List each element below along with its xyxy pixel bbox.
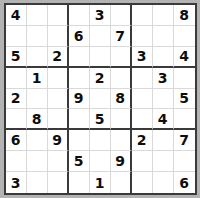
sudoku-cell-empty[interactable] bbox=[132, 26, 153, 47]
sudoku-cell-empty[interactable] bbox=[90, 89, 111, 110]
sudoku-cell-empty[interactable] bbox=[6, 68, 27, 89]
sudoku-cell-empty[interactable] bbox=[27, 130, 48, 151]
sudoku-cell-empty[interactable] bbox=[27, 151, 48, 172]
sudoku-grid: 4386752341232985854692759316 bbox=[4, 3, 197, 195]
sudoku-cell-given: 1 bbox=[90, 172, 111, 193]
sudoku-cell-given: 2 bbox=[6, 89, 27, 110]
sudoku-cell-empty[interactable] bbox=[48, 26, 69, 47]
sudoku-cell-empty[interactable] bbox=[27, 5, 48, 26]
sudoku-cell-given: 6 bbox=[6, 130, 27, 151]
sudoku-cell-given: 9 bbox=[69, 89, 90, 110]
sudoku-cell-empty[interactable] bbox=[153, 89, 174, 110]
sudoku-cell-empty[interactable] bbox=[111, 172, 132, 193]
sudoku-cell-given: 2 bbox=[90, 68, 111, 89]
sudoku-cell-empty[interactable] bbox=[69, 47, 90, 68]
sudoku-cell-given: 3 bbox=[132, 47, 153, 68]
sudoku-cell-given: 5 bbox=[6, 47, 27, 68]
sudoku-cell-given: 3 bbox=[90, 5, 111, 26]
sudoku-cell-empty[interactable] bbox=[48, 68, 69, 89]
sudoku-cell-given: 5 bbox=[69, 151, 90, 172]
sudoku-cell-given: 7 bbox=[174, 130, 195, 151]
sudoku-cell-empty[interactable] bbox=[48, 172, 69, 193]
sudoku-cell-given: 9 bbox=[111, 151, 132, 172]
sudoku-cell-given: 7 bbox=[111, 26, 132, 47]
sudoku-cell-given: 2 bbox=[132, 130, 153, 151]
sudoku-cell-given: 8 bbox=[111, 89, 132, 110]
sudoku-cell-empty[interactable] bbox=[132, 68, 153, 89]
sudoku-cell-given: 8 bbox=[174, 5, 195, 26]
sudoku-cell-given: 4 bbox=[153, 109, 174, 130]
sudoku-cell-empty[interactable] bbox=[69, 68, 90, 89]
sudoku-cell-empty[interactable] bbox=[153, 26, 174, 47]
sudoku-cell-given: 9 bbox=[48, 130, 69, 151]
sudoku-cell-empty[interactable] bbox=[27, 47, 48, 68]
sudoku-cell-empty[interactable] bbox=[153, 172, 174, 193]
sudoku-cell-given: 6 bbox=[69, 26, 90, 47]
sudoku-cell-empty[interactable] bbox=[69, 172, 90, 193]
sudoku-cell-empty[interactable] bbox=[48, 89, 69, 110]
sudoku-board-frame: 4386752341232985854692759316 bbox=[0, 0, 200, 198]
sudoku-cell-empty[interactable] bbox=[69, 130, 90, 151]
sudoku-cell-empty[interactable] bbox=[132, 89, 153, 110]
sudoku-cell-empty[interactable] bbox=[27, 26, 48, 47]
sudoku-cell-empty[interactable] bbox=[27, 172, 48, 193]
sudoku-cell-empty[interactable] bbox=[6, 151, 27, 172]
sudoku-cell-given: 4 bbox=[6, 5, 27, 26]
sudoku-cell-empty[interactable] bbox=[174, 109, 195, 130]
sudoku-cell-given: 3 bbox=[153, 68, 174, 89]
sudoku-cell-empty[interactable] bbox=[90, 130, 111, 151]
sudoku-cell-given: 5 bbox=[90, 109, 111, 130]
sudoku-cell-empty[interactable] bbox=[48, 5, 69, 26]
sudoku-cell-empty[interactable] bbox=[132, 5, 153, 26]
sudoku-cell-given: 3 bbox=[6, 172, 27, 193]
sudoku-cell-empty[interactable] bbox=[132, 109, 153, 130]
sudoku-cell-empty[interactable] bbox=[6, 26, 27, 47]
sudoku-cell-empty[interactable] bbox=[174, 68, 195, 89]
sudoku-cell-empty[interactable] bbox=[132, 151, 153, 172]
sudoku-cell-empty[interactable] bbox=[90, 151, 111, 172]
sudoku-cell-empty[interactable] bbox=[90, 47, 111, 68]
sudoku-cell-empty[interactable] bbox=[153, 47, 174, 68]
sudoku-cell-empty[interactable] bbox=[111, 68, 132, 89]
sudoku-cell-given: 2 bbox=[48, 47, 69, 68]
sudoku-cell-empty[interactable] bbox=[69, 109, 90, 130]
sudoku-cell-empty[interactable] bbox=[48, 151, 69, 172]
sudoku-cell-empty[interactable] bbox=[111, 47, 132, 68]
sudoku-cell-empty[interactable] bbox=[132, 172, 153, 193]
sudoku-cell-empty[interactable] bbox=[174, 151, 195, 172]
sudoku-cell-empty[interactable] bbox=[27, 89, 48, 110]
sudoku-cell-empty[interactable] bbox=[174, 26, 195, 47]
sudoku-cell-given: 4 bbox=[174, 47, 195, 68]
sudoku-cell-empty[interactable] bbox=[48, 109, 69, 130]
sudoku-cell-empty[interactable] bbox=[90, 26, 111, 47]
sudoku-cell-empty[interactable] bbox=[153, 130, 174, 151]
sudoku-cell-empty[interactable] bbox=[6, 109, 27, 130]
sudoku-cell-empty[interactable] bbox=[153, 5, 174, 26]
sudoku-cell-given: 8 bbox=[27, 109, 48, 130]
sudoku-cell-empty[interactable] bbox=[111, 109, 132, 130]
sudoku-cell-empty[interactable] bbox=[111, 130, 132, 151]
sudoku-cell-given: 1 bbox=[27, 68, 48, 89]
sudoku-cell-empty[interactable] bbox=[153, 151, 174, 172]
sudoku-cell-empty[interactable] bbox=[69, 5, 90, 26]
sudoku-cell-empty[interactable] bbox=[111, 5, 132, 26]
sudoku-cell-given: 6 bbox=[174, 172, 195, 193]
sudoku-cell-given: 5 bbox=[174, 89, 195, 110]
